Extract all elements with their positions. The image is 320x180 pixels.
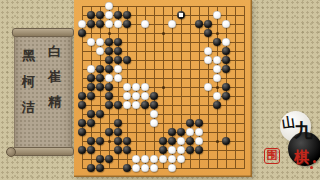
board-intersection[interactable] <box>159 2 168 11</box>
board-intersection[interactable] <box>168 119 177 128</box>
board-intersection[interactable] <box>195 119 204 128</box>
board-intersection[interactable] <box>204 92 213 101</box>
board-intersection[interactable] <box>96 110 105 119</box>
board-intersection[interactable] <box>222 137 231 146</box>
board-intersection[interactable] <box>222 74 231 83</box>
board-intersection[interactable] <box>204 110 213 119</box>
board-intersection[interactable] <box>123 2 132 11</box>
board-intersection[interactable] <box>132 74 141 83</box>
board-intersection[interactable] <box>204 11 213 20</box>
board-intersection[interactable] <box>87 92 96 101</box>
board-intersection[interactable] <box>168 128 177 137</box>
board-intersection[interactable] <box>105 38 114 47</box>
board-intersection[interactable] <box>177 47 186 56</box>
board-intersection[interactable] <box>204 137 213 146</box>
board-intersection[interactable] <box>150 20 159 29</box>
board-intersection[interactable] <box>177 56 186 65</box>
board-intersection[interactable] <box>231 119 240 128</box>
board-intersection[interactable] <box>213 47 222 56</box>
board-intersection[interactable] <box>213 29 222 38</box>
board-intersection[interactable] <box>186 128 195 137</box>
board-intersection[interactable] <box>195 101 204 110</box>
board-intersection[interactable] <box>159 146 168 155</box>
board-intersection[interactable] <box>186 119 195 128</box>
board-intersection[interactable] <box>105 74 114 83</box>
board-intersection[interactable] <box>159 101 168 110</box>
board-intersection[interactable] <box>114 47 123 56</box>
board-intersection[interactable] <box>177 92 186 101</box>
board-intersection[interactable] <box>141 92 150 101</box>
board-intersection[interactable] <box>87 155 96 164</box>
board-intersection[interactable] <box>159 65 168 74</box>
board-intersection[interactable] <box>141 65 150 74</box>
board-intersection[interactable] <box>240 110 249 119</box>
board-intersection[interactable] <box>105 29 114 38</box>
board-intersection[interactable] <box>114 20 123 29</box>
board-intersection[interactable] <box>123 146 132 155</box>
board-intersection[interactable] <box>105 65 114 74</box>
board-intersection[interactable] <box>96 101 105 110</box>
board-intersection[interactable] <box>195 164 204 173</box>
board-intersection[interactable] <box>96 92 105 101</box>
board-intersection[interactable] <box>186 47 195 56</box>
board-intersection[interactable] <box>141 56 150 65</box>
board-intersection[interactable] <box>159 20 168 29</box>
board-intersection[interactable] <box>213 65 222 74</box>
board-intersection[interactable] <box>195 47 204 56</box>
board-intersection[interactable] <box>96 119 105 128</box>
board-intersection[interactable] <box>222 146 231 155</box>
board-intersection[interactable] <box>150 146 159 155</box>
board-intersection[interactable] <box>168 74 177 83</box>
board-intersection[interactable] <box>78 128 87 137</box>
board-intersection[interactable] <box>105 164 114 173</box>
board-intersection[interactable] <box>150 2 159 11</box>
board-intersection[interactable] <box>222 2 231 11</box>
board-intersection[interactable] <box>78 20 87 29</box>
board-intersection[interactable] <box>150 92 159 101</box>
board-intersection[interactable] <box>78 110 87 119</box>
board-intersection[interactable] <box>177 20 186 29</box>
board-intersection[interactable] <box>141 38 150 47</box>
board-intersection[interactable] <box>213 11 222 20</box>
board-intersection[interactable] <box>186 137 195 146</box>
board-intersection[interactable] <box>168 110 177 119</box>
board-intersection[interactable] <box>186 11 195 20</box>
board-intersection[interactable] <box>195 11 204 20</box>
board-intersection[interactable] <box>150 110 159 119</box>
board-intersection[interactable] <box>87 101 96 110</box>
board-intersection[interactable] <box>78 74 87 83</box>
board-intersection[interactable] <box>186 164 195 173</box>
board-intersection[interactable] <box>168 164 177 173</box>
board-intersection[interactable] <box>195 137 204 146</box>
board-intersection[interactable] <box>150 38 159 47</box>
board-intersection[interactable] <box>123 65 132 74</box>
board-intersection[interactable] <box>87 47 96 56</box>
board-intersection[interactable] <box>204 128 213 137</box>
board-intersection[interactable] <box>168 83 177 92</box>
board-intersection[interactable] <box>141 155 150 164</box>
board-intersection[interactable] <box>240 20 249 29</box>
board-intersection[interactable] <box>204 29 213 38</box>
board-intersection[interactable] <box>141 119 150 128</box>
board-intersection[interactable] <box>132 83 141 92</box>
board-intersection[interactable] <box>204 146 213 155</box>
board-intersection[interactable] <box>105 20 114 29</box>
board-intersection[interactable] <box>78 137 87 146</box>
board-intersection[interactable] <box>186 146 195 155</box>
board-intersection[interactable] <box>240 11 249 20</box>
board-intersection[interactable] <box>159 74 168 83</box>
board-intersection[interactable] <box>177 146 186 155</box>
board-intersection[interactable] <box>168 38 177 47</box>
board-intersection[interactable] <box>213 128 222 137</box>
board-intersection[interactable] <box>150 83 159 92</box>
board-intersection[interactable] <box>87 128 96 137</box>
board-intersection[interactable] <box>222 119 231 128</box>
board-intersection[interactable] <box>168 11 177 20</box>
board-intersection[interactable] <box>150 11 159 20</box>
board-intersection[interactable] <box>168 47 177 56</box>
board-intersection[interactable] <box>195 20 204 29</box>
board-intersection[interactable] <box>96 137 105 146</box>
board-intersection[interactable] <box>168 92 177 101</box>
board-intersection[interactable] <box>132 119 141 128</box>
board-intersection[interactable] <box>150 119 159 128</box>
board-intersection[interactable] <box>114 128 123 137</box>
board-intersection[interactable] <box>123 155 132 164</box>
board-intersection[interactable] <box>141 128 150 137</box>
board-intersection[interactable] <box>105 56 114 65</box>
board-intersection[interactable] <box>213 2 222 11</box>
board-intersection[interactable] <box>177 83 186 92</box>
board-intersection[interactable] <box>78 47 87 56</box>
board-intersection[interactable] <box>231 146 240 155</box>
board-intersection[interactable] <box>123 110 132 119</box>
board-intersection[interactable] <box>114 119 123 128</box>
board-intersection[interactable] <box>132 101 141 110</box>
board-intersection[interactable] <box>168 137 177 146</box>
board-intersection[interactable] <box>78 101 87 110</box>
board-intersection[interactable] <box>123 83 132 92</box>
board-intersection[interactable] <box>213 155 222 164</box>
board-intersection[interactable] <box>159 155 168 164</box>
board-intersection[interactable] <box>159 38 168 47</box>
board-intersection[interactable] <box>168 20 177 29</box>
board-intersection[interactable] <box>159 92 168 101</box>
board-intersection[interactable] <box>222 101 231 110</box>
go-board[interactable] <box>74 0 252 177</box>
board-intersection[interactable] <box>186 110 195 119</box>
board-intersection[interactable] <box>213 20 222 29</box>
board-intersection[interactable] <box>177 164 186 173</box>
board-intersection[interactable] <box>177 2 186 11</box>
board-intersection[interactable] <box>78 146 87 155</box>
board-intersection[interactable] <box>168 56 177 65</box>
board-intersection[interactable] <box>231 2 240 11</box>
board-intersection[interactable] <box>231 83 240 92</box>
board-intersection[interactable] <box>114 29 123 38</box>
board-intersection[interactable] <box>204 20 213 29</box>
board-intersection[interactable] <box>186 83 195 92</box>
board-intersection[interactable] <box>159 11 168 20</box>
board-intersection[interactable] <box>132 47 141 56</box>
board-intersection[interactable] <box>114 38 123 47</box>
board-intersection[interactable] <box>78 56 87 65</box>
board-intersection[interactable] <box>204 65 213 74</box>
board-intersection[interactable] <box>96 155 105 164</box>
board-intersection[interactable] <box>150 128 159 137</box>
board-intersection[interactable] <box>132 155 141 164</box>
board-intersection[interactable] <box>195 74 204 83</box>
board-intersection[interactable] <box>213 74 222 83</box>
board-intersection[interactable] <box>222 56 231 65</box>
board-intersection[interactable] <box>177 137 186 146</box>
board-intersection[interactable] <box>96 83 105 92</box>
board-intersection[interactable] <box>231 164 240 173</box>
board-intersection[interactable] <box>240 2 249 11</box>
board-intersection[interactable] <box>114 155 123 164</box>
board-intersection[interactable] <box>159 83 168 92</box>
board-intersection[interactable] <box>78 83 87 92</box>
board-intersection[interactable] <box>87 65 96 74</box>
board-intersection[interactable] <box>105 2 114 11</box>
board-intersection[interactable] <box>177 101 186 110</box>
board-intersection[interactable] <box>114 2 123 11</box>
board-intersection[interactable] <box>87 83 96 92</box>
board-intersection[interactable] <box>213 92 222 101</box>
board-intersection[interactable] <box>105 146 114 155</box>
board-intersection[interactable] <box>159 56 168 65</box>
board-intersection[interactable] <box>105 92 114 101</box>
board-intersection[interactable] <box>87 74 96 83</box>
board-intersection[interactable] <box>105 11 114 20</box>
board-intersection[interactable] <box>96 47 105 56</box>
board-intersection[interactable] <box>195 38 204 47</box>
board-intersection[interactable] <box>96 20 105 29</box>
board-intersection[interactable] <box>213 146 222 155</box>
board-intersection[interactable] <box>195 146 204 155</box>
board-intersection[interactable] <box>141 20 150 29</box>
board-intersection[interactable] <box>222 110 231 119</box>
board-intersection[interactable] <box>204 155 213 164</box>
board-intersection[interactable] <box>78 29 87 38</box>
board-intersection[interactable] <box>105 83 114 92</box>
board-intersection[interactable] <box>195 155 204 164</box>
board-intersection[interactable] <box>114 74 123 83</box>
board-intersection[interactable] <box>240 74 249 83</box>
board-intersection[interactable] <box>87 2 96 11</box>
board-intersection[interactable] <box>123 101 132 110</box>
board-intersection[interactable] <box>87 38 96 47</box>
board-intersection[interactable] <box>96 65 105 74</box>
board-intersection[interactable] <box>159 137 168 146</box>
board-intersection[interactable] <box>132 56 141 65</box>
board-intersection[interactable] <box>150 65 159 74</box>
board-intersection[interactable] <box>123 119 132 128</box>
board-intersection[interactable] <box>186 101 195 110</box>
board-intersection[interactable] <box>240 56 249 65</box>
board-intersection[interactable] <box>195 2 204 11</box>
board-intersection[interactable] <box>96 128 105 137</box>
board-intersection[interactable] <box>114 56 123 65</box>
board-intersection[interactable] <box>87 20 96 29</box>
board-intersection[interactable] <box>105 137 114 146</box>
board-intersection[interactable] <box>204 119 213 128</box>
board-intersection[interactable] <box>141 146 150 155</box>
board-intersection[interactable] <box>186 56 195 65</box>
board-intersection[interactable] <box>150 56 159 65</box>
board-intersection[interactable] <box>150 74 159 83</box>
board-intersection[interactable] <box>123 20 132 29</box>
board-intersection[interactable] <box>150 101 159 110</box>
board-intersection[interactable] <box>132 11 141 20</box>
board-intersection[interactable] <box>123 137 132 146</box>
board-intersection[interactable] <box>78 38 87 47</box>
board-intersection[interactable] <box>231 20 240 29</box>
board-intersection[interactable] <box>132 110 141 119</box>
board-intersection[interactable] <box>87 164 96 173</box>
board-intersection[interactable] <box>240 164 249 173</box>
board-intersection[interactable] <box>105 155 114 164</box>
board-intersection[interactable] <box>87 11 96 20</box>
board-intersection[interactable] <box>222 47 231 56</box>
board-intersection[interactable] <box>186 2 195 11</box>
board-intersection[interactable] <box>78 164 87 173</box>
board-intersection[interactable] <box>114 11 123 20</box>
board-intersection[interactable] <box>240 29 249 38</box>
board-intersection[interactable] <box>231 137 240 146</box>
board-intersection[interactable] <box>87 29 96 38</box>
board-intersection[interactable] <box>87 56 96 65</box>
board-intersection[interactable] <box>240 146 249 155</box>
board-intersection[interactable] <box>159 128 168 137</box>
board-intersection[interactable] <box>177 29 186 38</box>
board-intersection[interactable] <box>105 110 114 119</box>
board-intersection[interactable] <box>78 92 87 101</box>
board-intersection[interactable] <box>114 92 123 101</box>
board-intersection[interactable] <box>105 101 114 110</box>
board-intersection[interactable] <box>114 83 123 92</box>
board-intersection[interactable] <box>96 146 105 155</box>
board-intersection[interactable] <box>123 47 132 56</box>
board-intersection[interactable] <box>141 137 150 146</box>
board-intersection[interactable] <box>96 2 105 11</box>
board-intersection[interactable] <box>195 110 204 119</box>
board-intersection[interactable] <box>231 128 240 137</box>
board-intersection[interactable] <box>231 11 240 20</box>
board-intersection[interactable] <box>114 146 123 155</box>
board-intersection[interactable] <box>177 110 186 119</box>
board-intersection[interactable] <box>222 20 231 29</box>
board-intersection[interactable] <box>168 155 177 164</box>
board-intersection[interactable] <box>123 29 132 38</box>
board-intersection[interactable] <box>168 146 177 155</box>
board-intersection[interactable] <box>78 155 87 164</box>
board-intersection[interactable] <box>231 65 240 74</box>
board-intersection[interactable] <box>87 110 96 119</box>
board-intersection[interactable] <box>231 29 240 38</box>
board-intersection[interactable] <box>222 29 231 38</box>
board-intersection[interactable] <box>195 56 204 65</box>
board-intersection[interactable] <box>240 137 249 146</box>
board-intersection[interactable] <box>231 56 240 65</box>
board-intersection[interactable] <box>204 83 213 92</box>
board-intersection[interactable] <box>159 119 168 128</box>
board-intersection[interactable] <box>132 92 141 101</box>
board-intersection[interactable] <box>204 47 213 56</box>
board-intersection[interactable] <box>222 164 231 173</box>
board-intersection[interactable] <box>222 38 231 47</box>
board-intersection[interactable] <box>177 38 186 47</box>
board-intersection[interactable] <box>96 11 105 20</box>
board-intersection[interactable] <box>177 128 186 137</box>
board-intersection[interactable] <box>213 119 222 128</box>
board-intersection[interactable] <box>141 110 150 119</box>
board-intersection[interactable] <box>213 56 222 65</box>
board-intersection[interactable] <box>123 11 132 20</box>
board-intersection[interactable] <box>96 56 105 65</box>
board-intersection[interactable] <box>204 2 213 11</box>
board-intersection[interactable] <box>177 74 186 83</box>
board-intersection[interactable] <box>159 110 168 119</box>
board-intersection[interactable] <box>96 29 105 38</box>
board-intersection[interactable] <box>105 128 114 137</box>
board-intersection[interactable] <box>204 164 213 173</box>
board-intersection[interactable] <box>159 47 168 56</box>
board-intersection[interactable] <box>177 119 186 128</box>
board-intersection[interactable] <box>240 38 249 47</box>
board-intersection[interactable] <box>177 155 186 164</box>
board-intersection[interactable] <box>231 74 240 83</box>
board-intersection[interactable] <box>96 164 105 173</box>
board-intersection[interactable] <box>87 119 96 128</box>
board-intersection[interactable] <box>195 83 204 92</box>
board-intersection[interactable] <box>141 101 150 110</box>
board-intersection[interactable] <box>132 29 141 38</box>
board-intersection[interactable] <box>195 29 204 38</box>
board-intersection[interactable] <box>105 47 114 56</box>
board-intersection[interactable] <box>186 155 195 164</box>
board-intersection[interactable] <box>96 74 105 83</box>
board-intersection[interactable] <box>132 38 141 47</box>
board-intersection[interactable] <box>150 29 159 38</box>
board-intersection[interactable] <box>222 155 231 164</box>
board-intersection[interactable] <box>87 146 96 155</box>
board-intersection[interactable] <box>141 29 150 38</box>
board-intersection[interactable] <box>123 164 132 173</box>
board-intersection[interactable] <box>114 110 123 119</box>
board-intersection[interactable] <box>240 155 249 164</box>
board-intersection[interactable] <box>78 119 87 128</box>
board-intersection[interactable] <box>168 29 177 38</box>
board-intersection[interactable] <box>159 29 168 38</box>
board-intersection[interactable] <box>213 110 222 119</box>
board-intersection[interactable] <box>150 47 159 56</box>
board-intersection[interactable] <box>168 101 177 110</box>
board-intersection[interactable] <box>213 164 222 173</box>
board-intersection[interactable] <box>132 164 141 173</box>
board-intersection[interactable] <box>213 137 222 146</box>
board-intersection[interactable] <box>177 11 186 20</box>
board-intersection[interactable] <box>186 74 195 83</box>
board-intersection[interactable] <box>150 155 159 164</box>
board-intersection[interactable] <box>168 65 177 74</box>
board-intersection[interactable] <box>105 119 114 128</box>
board-intersection[interactable] <box>240 119 249 128</box>
board-intersection[interactable] <box>240 47 249 56</box>
